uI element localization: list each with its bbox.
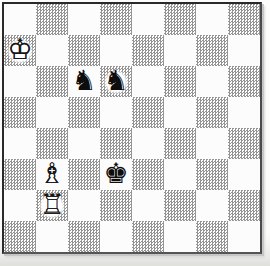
square-a4[interactable]: [4, 128, 36, 159]
piece-black-knight-c6: ♞: [71, 66, 96, 96]
square-g1[interactable]: [196, 221, 228, 252]
square-d2[interactable]: [100, 190, 132, 221]
square-c4[interactable]: [68, 128, 100, 159]
square-g2[interactable]: [196, 190, 228, 221]
square-a7[interactable]: ♔: [4, 35, 36, 66]
square-d5[interactable]: [100, 97, 132, 128]
square-g3[interactable]: [196, 159, 228, 190]
square-h1[interactable]: [228, 221, 260, 252]
square-f2[interactable]: [164, 190, 196, 221]
square-a6[interactable]: [4, 66, 36, 97]
square-c3[interactable]: [68, 159, 100, 190]
square-f3[interactable]: [164, 159, 196, 190]
square-d1[interactable]: [100, 221, 132, 252]
square-b8[interactable]: [36, 4, 68, 35]
square-f7[interactable]: [164, 35, 196, 66]
square-e4[interactable]: [132, 128, 164, 159]
square-c6[interactable]: ♞: [68, 66, 100, 97]
piece-white-rook-b2: ♖: [39, 190, 64, 220]
square-d4[interactable]: [100, 128, 132, 159]
square-g6[interactable]: [196, 66, 228, 97]
square-e5[interactable]: [132, 97, 164, 128]
square-e6[interactable]: [132, 66, 164, 97]
square-h5[interactable]: [228, 97, 260, 128]
square-b7[interactable]: [36, 35, 68, 66]
square-d7[interactable]: [100, 35, 132, 66]
square-b6[interactable]: [36, 66, 68, 97]
square-e7[interactable]: [132, 35, 164, 66]
square-e3[interactable]: [132, 159, 164, 190]
square-a5[interactable]: [4, 97, 36, 128]
square-h8[interactable]: [228, 4, 260, 35]
square-e1[interactable]: [132, 221, 164, 252]
square-f6[interactable]: [164, 66, 196, 97]
square-d6[interactable]: ♞: [100, 66, 132, 97]
square-g5[interactable]: [196, 97, 228, 128]
square-g8[interactable]: [196, 4, 228, 35]
square-h3[interactable]: [228, 159, 260, 190]
square-g4[interactable]: [196, 128, 228, 159]
scanned-page: ♔♞♞♗♚♖: [0, 0, 270, 266]
piece-white-bishop-b3: ♗: [39, 159, 64, 189]
square-h7[interactable]: [228, 35, 260, 66]
square-b2[interactable]: ♖: [36, 190, 68, 221]
square-g7[interactable]: [196, 35, 228, 66]
square-c1[interactable]: [68, 221, 100, 252]
square-a2[interactable]: [4, 190, 36, 221]
square-a3[interactable]: [4, 159, 36, 190]
square-h4[interactable]: [228, 128, 260, 159]
chess-board: ♔♞♞♗♚♖: [2, 2, 262, 254]
square-f4[interactable]: [164, 128, 196, 159]
square-h6[interactable]: [228, 66, 260, 97]
piece-black-knight-d6: ♞: [103, 66, 128, 96]
square-c7[interactable]: [68, 35, 100, 66]
piece-black-king-d3: ♚: [103, 159, 128, 189]
piece-white-king-a7: ♔: [7, 35, 32, 65]
square-b3[interactable]: ♗: [36, 159, 68, 190]
square-f5[interactable]: [164, 97, 196, 128]
square-d3[interactable]: ♚: [100, 159, 132, 190]
square-b4[interactable]: [36, 128, 68, 159]
square-e8[interactable]: [132, 4, 164, 35]
square-f8[interactable]: [164, 4, 196, 35]
square-h2[interactable]: [228, 190, 260, 221]
square-d8[interactable]: [100, 4, 132, 35]
square-e2[interactable]: [132, 190, 164, 221]
square-b1[interactable]: [36, 221, 68, 252]
square-a1[interactable]: [4, 221, 36, 252]
square-c2[interactable]: [68, 190, 100, 221]
square-a8[interactable]: [4, 4, 36, 35]
square-f1[interactable]: [164, 221, 196, 252]
square-c8[interactable]: [68, 4, 100, 35]
square-b5[interactable]: [36, 97, 68, 128]
square-c5[interactable]: [68, 97, 100, 128]
